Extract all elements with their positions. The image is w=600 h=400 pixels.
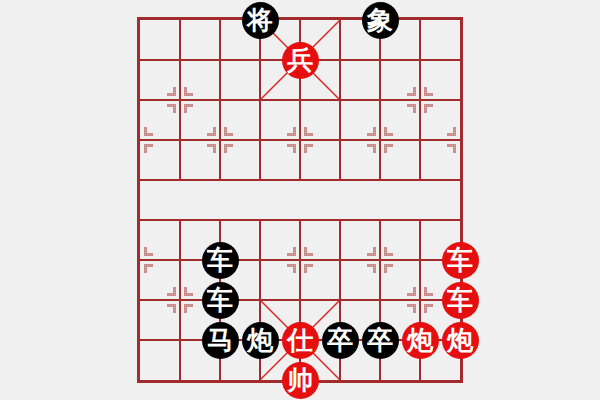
grid-line: [339, 20, 341, 180]
piece-black-chariot[interactable]: 车: [202, 242, 239, 279]
piece-black-soldier[interactable]: 卒: [362, 322, 399, 359]
piece-red-chariot[interactable]: 车: [442, 282, 479, 319]
grid-line: [379, 20, 381, 180]
grid-line: [179, 20, 181, 180]
xiangqi-app: 将象兵车车车车马炮仕卒卒炮炮帅: [0, 0, 600, 400]
piece-black-elephant[interactable]: 象: [362, 2, 399, 39]
piece-black-horse[interactable]: 马: [202, 322, 239, 359]
piece-black-soldier[interactable]: 卒: [322, 322, 359, 359]
piece-black-cannon[interactable]: 炮: [242, 322, 279, 359]
piece-black-general[interactable]: 将: [242, 2, 279, 39]
grid-line: [219, 20, 221, 180]
piece-red-cannon[interactable]: 炮: [402, 322, 439, 359]
grid-line: [419, 20, 421, 180]
grid-line: [259, 20, 261, 180]
xiangqi-board: 将象兵车车车车马炮仕卒卒炮炮帅: [137, 17, 463, 383]
piece-red-soldier[interactable]: 兵: [282, 42, 319, 79]
piece-red-general[interactable]: 帅: [282, 362, 319, 399]
piece-red-advisor[interactable]: 仕: [282, 322, 319, 359]
grid-line: [179, 220, 181, 380]
piece-red-chariot[interactable]: 车: [442, 242, 479, 279]
piece-red-cannon[interactable]: 炮: [442, 322, 479, 359]
piece-black-chariot[interactable]: 车: [202, 282, 239, 319]
